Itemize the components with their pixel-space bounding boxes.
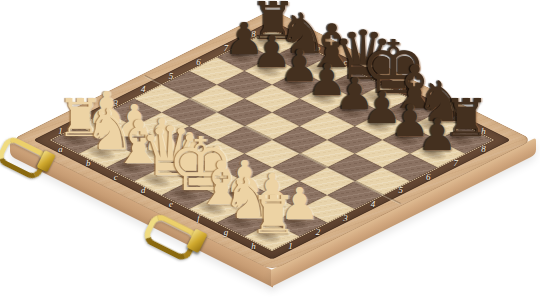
- piece-shadow: [273, 211, 314, 232]
- pieces-layer: ♜♞♝♛♚♝♞♜♟♟♟♟♟♟♟♟♟♟♟♟♟♟♟♟♜♞♝♛♚♝♞♜: [51, 30, 492, 251]
- piece-shadow: [439, 128, 480, 149]
- piece-shadow: [411, 142, 452, 163]
- chess-board: aabbccddeeffgghh8877665544332211 ♜♞♝♛♚♝♞…: [10, 9, 533, 271]
- product-photo-stage: aabbccddeeffgghh8877665544332211 ♜♞♝♛♚♝♞…: [0, 0, 540, 308]
